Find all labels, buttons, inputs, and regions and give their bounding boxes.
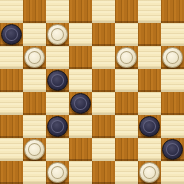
square-d2[interactable] (69, 138, 92, 161)
square-c4[interactable] (46, 92, 69, 115)
square-a5[interactable] (0, 69, 23, 92)
white-man-h6[interactable] (162, 47, 183, 68)
square-c7[interactable] (46, 23, 69, 46)
white-man-c7[interactable] (47, 24, 68, 45)
square-h5[interactable] (161, 69, 184, 92)
square-f6[interactable] (115, 46, 138, 69)
square-g4[interactable] (138, 92, 161, 115)
white-man-f6[interactable] (116, 47, 137, 68)
black-man-g3[interactable] (139, 116, 160, 137)
square-g5[interactable] (138, 69, 161, 92)
square-h1[interactable] (161, 161, 184, 184)
white-man-b2[interactable] (24, 139, 45, 160)
square-d6[interactable] (69, 46, 92, 69)
white-man-g1[interactable] (139, 162, 160, 183)
square-a1[interactable] (0, 161, 23, 184)
square-e3[interactable] (92, 115, 115, 138)
square-a6[interactable] (0, 46, 23, 69)
square-a8[interactable] (0, 0, 23, 23)
square-b6[interactable] (23, 46, 46, 69)
square-g3[interactable] (138, 115, 161, 138)
square-c1[interactable] (46, 161, 69, 184)
square-a7[interactable] (0, 23, 23, 46)
square-b5[interactable] (23, 69, 46, 92)
square-e8[interactable] (92, 0, 115, 23)
square-f2[interactable] (115, 138, 138, 161)
square-c6[interactable] (46, 46, 69, 69)
square-e4[interactable] (92, 92, 115, 115)
square-b1[interactable] (23, 161, 46, 184)
square-h3[interactable] (161, 115, 184, 138)
square-g8[interactable] (138, 0, 161, 23)
black-man-c3[interactable] (47, 116, 68, 137)
square-d1[interactable] (69, 161, 92, 184)
black-man-a7[interactable] (1, 24, 22, 45)
square-g1[interactable] (138, 161, 161, 184)
square-c2[interactable] (46, 138, 69, 161)
square-a2[interactable] (0, 138, 23, 161)
square-b7[interactable] (23, 23, 46, 46)
square-b2[interactable] (23, 138, 46, 161)
square-e2[interactable] (92, 138, 115, 161)
white-man-b6[interactable] (24, 47, 45, 68)
square-h8[interactable] (161, 0, 184, 23)
square-f7[interactable] (115, 23, 138, 46)
square-e1[interactable] (92, 161, 115, 184)
checkers-board (0, 0, 184, 184)
square-d3[interactable] (69, 115, 92, 138)
black-man-h2[interactable] (162, 139, 183, 160)
square-a3[interactable] (0, 115, 23, 138)
square-c5[interactable] (46, 69, 69, 92)
white-man-c1[interactable] (47, 162, 68, 183)
square-g7[interactable] (138, 23, 161, 46)
square-e6[interactable] (92, 46, 115, 69)
square-a4[interactable] (0, 92, 23, 115)
square-c8[interactable] (46, 0, 69, 23)
square-c3[interactable] (46, 115, 69, 138)
square-d7[interactable] (69, 23, 92, 46)
board-grid (0, 0, 184, 184)
square-e7[interactable] (92, 23, 115, 46)
square-b4[interactable] (23, 92, 46, 115)
square-f4[interactable] (115, 92, 138, 115)
square-f1[interactable] (115, 161, 138, 184)
black-man-d4[interactable] (70, 93, 91, 114)
square-b3[interactable] (23, 115, 46, 138)
black-man-c5[interactable] (47, 70, 68, 91)
square-d5[interactable] (69, 69, 92, 92)
square-e5[interactable] (92, 69, 115, 92)
square-f3[interactable] (115, 115, 138, 138)
square-f8[interactable] (115, 0, 138, 23)
square-b8[interactable] (23, 0, 46, 23)
square-h4[interactable] (161, 92, 184, 115)
square-h7[interactable] (161, 23, 184, 46)
square-d4[interactable] (69, 92, 92, 115)
square-f5[interactable] (115, 69, 138, 92)
square-h6[interactable] (161, 46, 184, 69)
square-g6[interactable] (138, 46, 161, 69)
square-h2[interactable] (161, 138, 184, 161)
square-g2[interactable] (138, 138, 161, 161)
square-d8[interactable] (69, 0, 92, 23)
